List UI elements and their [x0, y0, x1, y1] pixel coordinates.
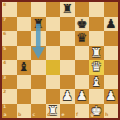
square-e4[interactable]	[60, 60, 75, 75]
white-pawn[interactable]: ♟	[62, 89, 73, 104]
black-king[interactable]: ♚	[76, 17, 87, 32]
square-d6[interactable]	[46, 31, 61, 46]
file-label-a: a	[4, 113, 7, 118]
white-king[interactable]: ♚	[91, 104, 102, 119]
square-e8[interactable]: ♜	[60, 2, 75, 17]
square-a8[interactable]: 8	[2, 2, 17, 17]
square-d7[interactable]	[46, 17, 61, 32]
square-g5[interactable]: ♜	[89, 46, 104, 61]
square-b6[interactable]	[17, 31, 32, 46]
file-label-b: b	[18, 113, 21, 118]
black-queen[interactable]: ♛	[76, 31, 87, 46]
rank-label-3: 3	[3, 76, 6, 81]
square-e7[interactable]	[60, 17, 75, 32]
white-pawn[interactable]: ♟	[76, 89, 87, 104]
square-h8[interactable]	[104, 2, 119, 17]
square-h5[interactable]	[104, 46, 119, 61]
file-label-h: h	[105, 113, 108, 118]
square-a2[interactable]: 2	[2, 89, 17, 104]
square-h2[interactable]: ♟	[104, 89, 119, 104]
square-c7[interactable]: ♜	[31, 17, 46, 32]
chess-board-frame: 8♜7♜♚♟6♛5♜4♝♛3♝2♟♟♟1abcd♜efg♚h	[0, 0, 120, 120]
square-f4[interactable]	[75, 60, 90, 75]
square-f5[interactable]	[75, 46, 90, 61]
square-c4[interactable]	[31, 60, 46, 75]
square-g7[interactable]	[89, 17, 104, 32]
square-c8[interactable]	[31, 2, 46, 17]
square-h6[interactable]	[104, 31, 119, 46]
black-bishop[interactable]: ♝	[18, 60, 29, 75]
square-d5[interactable]	[46, 46, 61, 61]
square-d8[interactable]	[46, 2, 61, 17]
square-a7[interactable]: 7	[2, 17, 17, 32]
square-e3[interactable]	[60, 75, 75, 90]
square-b5[interactable]	[17, 46, 32, 61]
square-d3[interactable]	[46, 75, 61, 90]
rank-label-6: 6	[3, 32, 6, 37]
white-bishop[interactable]: ♝	[91, 75, 102, 90]
square-g8[interactable]	[89, 2, 104, 17]
square-b2[interactable]	[17, 89, 32, 104]
rank-label-2: 2	[3, 90, 6, 95]
black-rook[interactable]: ♜	[33, 17, 44, 32]
square-b7[interactable]	[17, 17, 32, 32]
square-g3[interactable]: ♝	[89, 75, 104, 90]
square-e5[interactable]	[60, 46, 75, 61]
square-d4[interactable]	[46, 60, 61, 75]
square-d1[interactable]: d♜	[46, 104, 61, 119]
square-b8[interactable]	[17, 2, 32, 17]
square-f8[interactable]	[75, 2, 90, 17]
square-b4[interactable]: ♝	[17, 60, 32, 75]
square-g1[interactable]: g♚	[89, 104, 104, 119]
square-h7[interactable]: ♟	[104, 17, 119, 32]
white-rook[interactable]: ♜	[47, 104, 58, 119]
square-c6[interactable]	[31, 31, 46, 46]
square-e2[interactable]: ♟	[60, 89, 75, 104]
square-b3[interactable]	[17, 75, 32, 90]
square-e1[interactable]: e	[60, 104, 75, 119]
file-label-f: f	[76, 113, 78, 118]
square-c2[interactable]	[31, 89, 46, 104]
square-f2[interactable]: ♟	[75, 89, 90, 104]
black-pawn[interactable]: ♟	[105, 17, 116, 32]
square-f7[interactable]: ♚	[75, 17, 90, 32]
square-c5[interactable]	[31, 46, 46, 61]
square-b1[interactable]: b	[17, 104, 32, 119]
rank-label-4: 4	[3, 61, 6, 66]
square-a4[interactable]: 4	[2, 60, 17, 75]
square-a6[interactable]: 6	[2, 31, 17, 46]
file-label-c: c	[33, 113, 36, 118]
file-label-e: e	[62, 113, 65, 118]
square-h1[interactable]: h	[104, 104, 119, 119]
square-g4[interactable]: ♛	[89, 60, 104, 75]
square-a3[interactable]: 3	[2, 75, 17, 90]
square-e6[interactable]	[60, 31, 75, 46]
square-h3[interactable]	[104, 75, 119, 90]
black-rook[interactable]: ♜	[62, 2, 73, 17]
chess-board: 8♜7♜♚♟6♛5♜4♝♛3♝2♟♟♟1abcd♜efg♚h	[2, 2, 118, 118]
square-g2[interactable]	[89, 89, 104, 104]
rank-label-8: 8	[3, 3, 6, 8]
white-rook[interactable]: ♜	[91, 46, 102, 61]
square-a5[interactable]: 5	[2, 46, 17, 61]
rank-label-1: 1	[3, 105, 6, 110]
white-pawn[interactable]: ♟	[105, 89, 116, 104]
square-h4[interactable]	[104, 60, 119, 75]
square-c1[interactable]: c	[31, 104, 46, 119]
square-c3[interactable]	[31, 75, 46, 90]
square-a1[interactable]: 1a	[2, 104, 17, 119]
square-f6[interactable]: ♛	[75, 31, 90, 46]
rank-label-7: 7	[3, 18, 6, 23]
square-f3[interactable]	[75, 75, 90, 90]
square-f1[interactable]: f	[75, 104, 90, 119]
square-d2[interactable]	[46, 89, 61, 104]
rank-label-5: 5	[3, 47, 6, 52]
square-g6[interactable]	[89, 31, 104, 46]
white-queen[interactable]: ♛	[91, 60, 102, 75]
